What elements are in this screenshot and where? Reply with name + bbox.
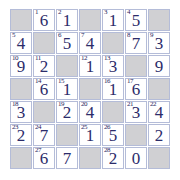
blocked-cell-r7c4: [79, 147, 101, 169]
blocked-cell-r6c3: [56, 124, 78, 146]
crossnumber-grid: 1621314554657487931091121211339146151161…: [10, 9, 170, 169]
grid-cell-r1c5[interactable]: 31: [102, 9, 124, 31]
grid-cell-r3c5[interactable]: 133: [102, 55, 124, 77]
grid-cell-r3c4[interactable]: 121: [79, 55, 101, 77]
puzzle-board: 1621314554657487931091121211339146151161…: [0, 0, 180, 180]
cell-digit: 3: [103, 56, 123, 76]
cell-digit: 2: [103, 148, 123, 168]
cell-digit: 2: [34, 56, 54, 76]
grid-cell-r6c4[interactable]: 251: [79, 124, 101, 146]
cell-digit: 9: [11, 56, 31, 76]
cell-digit: 1: [80, 125, 100, 145]
grid-cell-r1c3[interactable]: 21: [56, 9, 78, 31]
cell-digit: 2: [57, 102, 77, 122]
cell-digit: 7: [126, 33, 146, 53]
grid-cell-r1c6[interactable]: 45: [125, 9, 147, 31]
grid-cell-r4c2[interactable]: 146: [33, 78, 55, 100]
cell-digit: 1: [103, 79, 123, 99]
cell-digit: 5: [126, 10, 146, 30]
cell-digit: 6: [34, 79, 54, 99]
cell-digit: 7: [34, 125, 54, 145]
blocked-cell-r7c7: [148, 147, 170, 169]
blocked-cell-r6c6: [125, 124, 147, 146]
blocked-cell-r7c1: [10, 147, 32, 169]
cell-digit: 5: [57, 33, 77, 53]
blocked-cell-r3c6: [125, 55, 147, 77]
grid-cell-r5c1[interactable]: 183: [10, 101, 32, 123]
grid-cell-r5c6[interactable]: 213: [125, 101, 147, 123]
cell-digit: 4: [149, 102, 169, 122]
grid-cell-r7c2[interactable]: 276: [33, 147, 55, 169]
cell-digit: 4: [80, 102, 100, 122]
grid-cell-r2c1[interactable]: 54: [10, 32, 32, 54]
cell-digit: 5: [103, 125, 123, 145]
blocked-cell-r1c7: [148, 9, 170, 31]
grid-cell-r7c3[interactable]: 7: [56, 147, 78, 169]
blocked-cell-r4c1: [10, 78, 32, 100]
cell-digit: 2: [149, 125, 169, 145]
cell-digit: 3: [126, 102, 146, 122]
blocked-cell-r1c4: [79, 9, 101, 31]
grid-cell-r5c4[interactable]: 204: [79, 101, 101, 123]
grid-cell-r2c7[interactable]: 93: [148, 32, 170, 54]
grid-cell-r4c3[interactable]: 151: [56, 78, 78, 100]
cell-digit: 1: [57, 10, 77, 30]
grid-cell-r3c1[interactable]: 109: [10, 55, 32, 77]
cell-digit: 4: [11, 33, 31, 53]
grid-cell-r6c1[interactable]: 232: [10, 124, 32, 146]
blocked-cell-r4c7: [148, 78, 170, 100]
cell-digit: 3: [149, 33, 169, 53]
grid-cell-r2c6[interactable]: 87: [125, 32, 147, 54]
blocked-cell-r4c4: [79, 78, 101, 100]
grid-cell-r4c5[interactable]: 161: [102, 78, 124, 100]
grid-cell-r6c2[interactable]: 247: [33, 124, 55, 146]
grid-cell-r3c2[interactable]: 112: [33, 55, 55, 77]
grid-cell-r2c4[interactable]: 74: [79, 32, 101, 54]
blocked-cell-r1c1: [10, 9, 32, 31]
grid-cell-r1c2[interactable]: 16: [33, 9, 55, 31]
blocked-cell-r3c3: [56, 55, 78, 77]
cell-digit: 6: [34, 148, 54, 168]
cell-digit: 1: [80, 56, 100, 76]
grid-cell-r3c7[interactable]: 9: [148, 55, 170, 77]
grid-cell-r5c7[interactable]: 224: [148, 101, 170, 123]
blocked-cell-r2c2: [33, 32, 55, 54]
grid-cell-r6c5[interactable]: 265: [102, 124, 124, 146]
grid-cell-r6c7[interactable]: 2: [148, 124, 170, 146]
cell-digit: 2: [11, 125, 31, 145]
grid-cell-r5c3[interactable]: 192: [56, 101, 78, 123]
cell-digit: 6: [126, 79, 146, 99]
cell-digit: 3: [11, 102, 31, 122]
blocked-cell-r2c5: [102, 32, 124, 54]
grid-cell-r4c6[interactable]: 176: [125, 78, 147, 100]
cell-digit: 9: [149, 56, 169, 76]
cell-digit: 0: [126, 148, 146, 168]
cell-digit: 6: [34, 10, 54, 30]
grid-cell-r7c5[interactable]: 282: [102, 147, 124, 169]
cell-digit: 7: [57, 148, 77, 168]
cell-digit: 1: [57, 79, 77, 99]
blocked-cell-r5c5: [102, 101, 124, 123]
grid-cell-r7c6[interactable]: 0: [125, 147, 147, 169]
cell-digit: 1: [103, 10, 123, 30]
blocked-cell-r5c2: [33, 101, 55, 123]
grid-cell-r2c3[interactable]: 65: [56, 32, 78, 54]
cell-digit: 4: [80, 33, 100, 53]
